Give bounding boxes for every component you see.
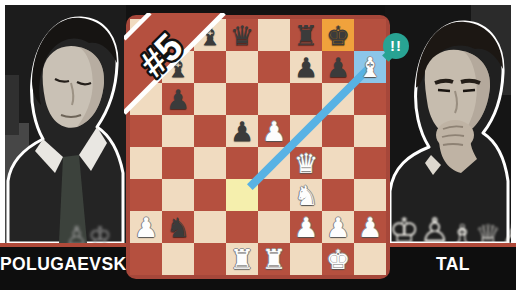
square-g6[interactable] — [322, 83, 354, 115]
piece-black-king[interactable]: ♚ — [322, 19, 354, 51]
frame-top — [0, 0, 516, 5]
square-d1[interactable]: ♜ — [226, 243, 258, 275]
piece-white-rook[interactable]: ♜ — [258, 243, 290, 275]
square-g4[interactable] — [322, 147, 354, 179]
square-e7[interactable] — [258, 51, 290, 83]
square-a7[interactable]: ♟ — [130, 51, 162, 83]
chess-thumbnail: ♙♔ ♔♙ ♗♕♙ POLUGAEVSKY — [0, 0, 516, 290]
square-c1[interactable] — [194, 243, 226, 275]
square-a1[interactable] — [130, 243, 162, 275]
square-b8[interactable] — [162, 19, 194, 51]
square-c8[interactable]: ♝ — [194, 19, 226, 51]
piece-white-pawn[interactable]: ♟ — [322, 211, 354, 243]
square-g8[interactable]: ♚ — [322, 19, 354, 51]
piece-white-rook[interactable]: ♜ — [226, 243, 258, 275]
piece-white-knight[interactable]: ♞ — [290, 179, 322, 211]
square-c4[interactable] — [194, 147, 226, 179]
square-f7[interactable]: ♟ — [290, 51, 322, 83]
square-h2[interactable]: ♟ — [354, 211, 386, 243]
square-f6[interactable] — [290, 83, 322, 115]
square-b3[interactable] — [162, 179, 194, 211]
square-c2[interactable] — [194, 211, 226, 243]
square-c7[interactable] — [194, 51, 226, 83]
square-c5[interactable] — [194, 115, 226, 147]
square-h1[interactable] — [354, 243, 386, 275]
piece-black-bishop[interactable]: ♝ — [194, 19, 226, 51]
piece-white-pawn[interactable]: ♟ — [354, 211, 386, 243]
square-f1[interactable] — [290, 243, 322, 275]
player-name-white: POLUGAEVSKY — [0, 251, 127, 277]
square-d3[interactable] — [226, 179, 258, 211]
player-name-black: TAL — [390, 251, 516, 277]
square-b6[interactable]: ♟ — [162, 83, 194, 115]
square-b7[interactable]: ♝ — [162, 51, 194, 83]
board-grid: ♝♛♜♚♟♝♟♟♝♟♟♟♛♞♟♞♟♟♟♜♜♚ — [130, 19, 386, 275]
piece-white-pawn[interactable]: ♟ — [130, 211, 162, 243]
blurred-chess-pieces: ♙♔ — [65, 221, 112, 243]
polugaevsky-photo: ♙♔ — [5, 5, 126, 243]
square-e8[interactable] — [258, 19, 290, 51]
piece-black-pawn[interactable]: ♟ — [226, 115, 258, 147]
square-b1[interactable] — [162, 243, 194, 275]
square-c3[interactable] — [194, 179, 226, 211]
square-d6[interactable] — [226, 83, 258, 115]
square-h7[interactable]: ♝ — [354, 51, 386, 83]
square-h4[interactable] — [354, 147, 386, 179]
double-exclam: !! — [383, 33, 409, 59]
square-e6[interactable] — [258, 83, 290, 115]
blurred-chess-pieces: ♔♙ — [389, 210, 450, 243]
square-a4[interactable] — [130, 147, 162, 179]
square-e1[interactable]: ♜ — [258, 243, 290, 275]
square-h8[interactable] — [354, 19, 386, 51]
square-a8[interactable] — [130, 19, 162, 51]
piece-black-knight[interactable]: ♞ — [162, 211, 194, 243]
square-c6[interactable] — [194, 83, 226, 115]
piece-black-rook[interactable]: ♜ — [290, 19, 322, 51]
frame-right — [511, 0, 516, 247]
piece-white-queen[interactable]: ♛ — [290, 147, 322, 179]
square-a2[interactable]: ♟ — [130, 211, 162, 243]
square-d5[interactable]: ♟ — [226, 115, 258, 147]
square-f4[interactable]: ♛ — [290, 147, 322, 179]
piece-black-pawn[interactable]: ♟ — [130, 51, 162, 83]
piece-black-bishop[interactable]: ♝ — [162, 51, 194, 83]
square-a5[interactable] — [130, 115, 162, 147]
square-d7[interactable] — [226, 51, 258, 83]
square-e5[interactable]: ♟ — [258, 115, 290, 147]
piece-white-bishop[interactable]: ♝ — [354, 51, 386, 83]
piece-black-pawn[interactable]: ♟ — [162, 83, 194, 115]
piece-white-pawn[interactable]: ♟ — [290, 211, 322, 243]
square-f8[interactable]: ♜ — [290, 19, 322, 51]
square-g1[interactable]: ♚ — [322, 243, 354, 275]
square-h5[interactable] — [354, 115, 386, 147]
square-h6[interactable] — [354, 83, 386, 115]
frame-left — [0, 0, 5, 247]
square-g7[interactable]: ♟ — [322, 51, 354, 83]
square-a3[interactable] — [130, 179, 162, 211]
piece-black-pawn[interactable]: ♟ — [290, 51, 322, 83]
piece-black-queen[interactable]: ♛ — [226, 19, 258, 51]
brilliant-move-badge: !! — [383, 33, 409, 59]
piece-white-pawn[interactable]: ♟ — [258, 115, 290, 147]
square-d2[interactable] — [226, 211, 258, 243]
square-e4[interactable] — [258, 147, 290, 179]
square-a6[interactable] — [130, 83, 162, 115]
square-b5[interactable] — [162, 115, 194, 147]
piece-black-pawn[interactable]: ♟ — [322, 51, 354, 83]
square-g3[interactable] — [322, 179, 354, 211]
chess-board: ♝♛♜♚♟♝♟♟♝♟♟♟♛♞♟♞♟♟♟♜♜♚ — [126, 15, 390, 279]
square-g2[interactable]: ♟ — [322, 211, 354, 243]
square-g5[interactable] — [322, 115, 354, 147]
square-f3[interactable]: ♞ — [290, 179, 322, 211]
square-f5[interactable] — [290, 115, 322, 147]
blurred-chess-pieces: ♗♕♙ — [449, 218, 511, 243]
square-b4[interactable] — [162, 147, 194, 179]
square-e2[interactable] — [258, 211, 290, 243]
square-f2[interactable]: ♟ — [290, 211, 322, 243]
square-d4[interactable] — [226, 147, 258, 179]
square-h3[interactable] — [354, 179, 386, 211]
square-d8[interactable]: ♛ — [226, 19, 258, 51]
square-b2[interactable]: ♞ — [162, 211, 194, 243]
piece-white-king[interactable]: ♚ — [322, 243, 354, 275]
square-e3[interactable] — [258, 179, 290, 211]
